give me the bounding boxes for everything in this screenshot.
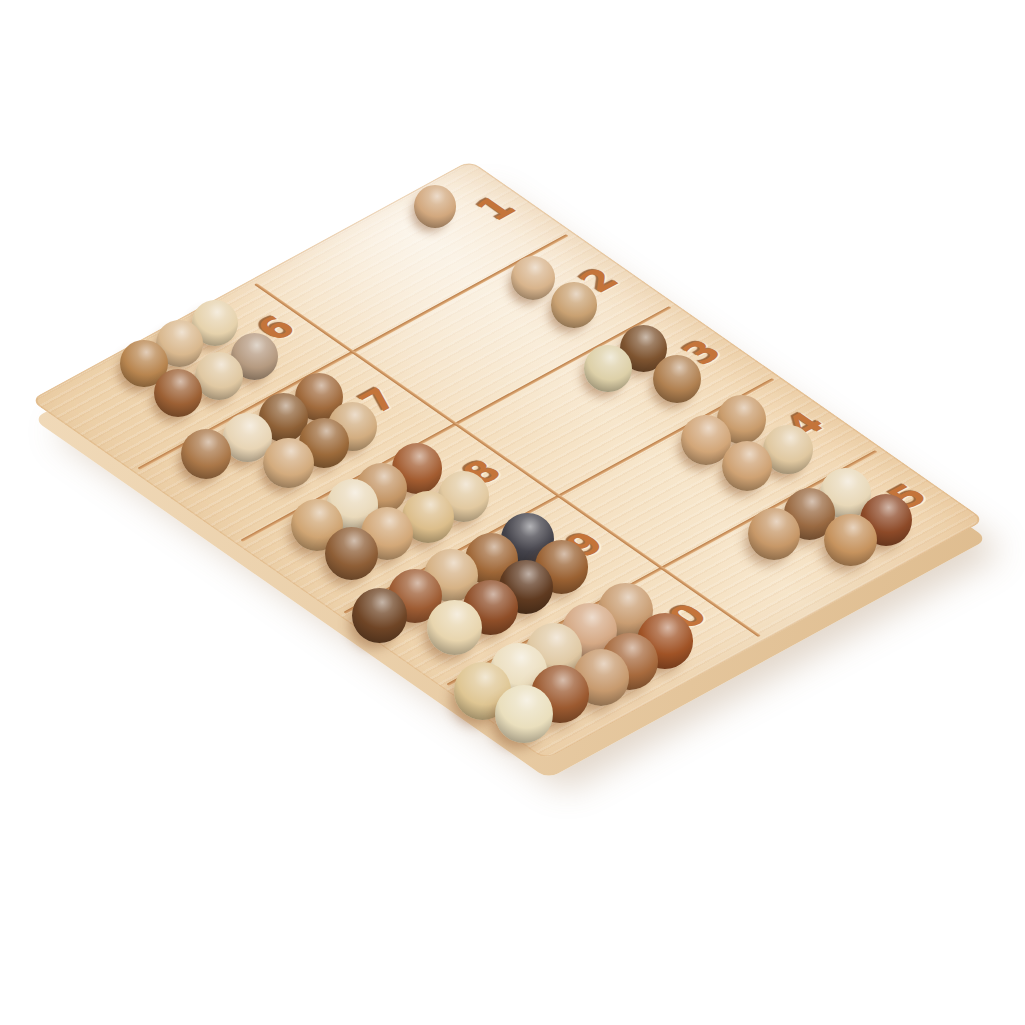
counting-board-photo: 12345678910 [0, 0, 1025, 1025]
ball-row2-2[interactable] [551, 282, 597, 328]
ball-row3-3[interactable] [653, 355, 701, 403]
carved-number-1: 1 [466, 188, 527, 227]
ball-row7-5[interactable] [263, 438, 313, 488]
ball-row6-4[interactable] [154, 369, 202, 417]
ball-row9-1[interactable] [352, 588, 407, 643]
ball-row1-1[interactable] [414, 185, 457, 228]
ball-row6-5[interactable] [195, 352, 243, 400]
ball-row4-3[interactable] [722, 441, 772, 491]
ball-row3-1[interactable] [584, 345, 631, 392]
ball-row8-5[interactable] [325, 527, 378, 580]
ball-row5-4[interactable] [824, 514, 877, 567]
ball-row5-1[interactable] [748, 508, 800, 560]
